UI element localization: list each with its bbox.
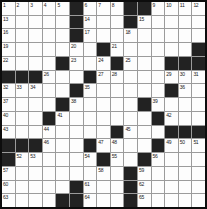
cell-r5c4[interactable]: [43, 57, 56, 70]
cell-r14c6-block: [70, 181, 83, 194]
cell-r8c8[interactable]: [97, 98, 110, 111]
cell-r12c6[interactable]: [70, 153, 83, 166]
clue-number: 49: [166, 139, 171, 145]
cell-r3c4[interactable]: [43, 29, 56, 42]
cell-r13c2[interactable]: [16, 167, 29, 180]
cell-r5c1[interactable]: 22: [2, 57, 15, 70]
cell-r11c14[interactable]: 50: [179, 139, 192, 152]
clue-number: 25: [125, 57, 130, 63]
cell-r12c14[interactable]: [179, 153, 192, 166]
cell-r15c14[interactable]: [179, 194, 192, 207]
clue-number: 34: [30, 84, 35, 90]
cell-r12c11-block: [138, 153, 151, 166]
clue-number: 6: [85, 2, 87, 8]
cell-r5c11[interactable]: [138, 57, 151, 70]
cell-r13c4[interactable]: [43, 167, 56, 180]
cell-r3c6-block: [70, 29, 83, 42]
clue-number: 4: [44, 2, 46, 8]
cell-r5c10[interactable]: 25: [124, 57, 137, 70]
cell-r1c4[interactable]: 4: [43, 2, 56, 15]
cell-r8c7[interactable]: [84, 98, 97, 111]
cell-r1c14[interactable]: 11: [179, 2, 192, 15]
clue-number: 12: [193, 2, 198, 8]
cell-r14c9[interactable]: [111, 181, 124, 194]
cell-r2c12[interactable]: [152, 16, 165, 29]
clue-number: 43: [3, 126, 8, 132]
clue-number: 9: [153, 2, 155, 8]
cell-r11c3-block: [29, 139, 42, 152]
cell-r8c9[interactable]: [111, 98, 124, 111]
cell-r2c6-block: [70, 16, 83, 29]
clue-number: 10: [166, 2, 171, 8]
clue-number: 35: [85, 84, 90, 90]
cell-r15c8[interactable]: [97, 194, 110, 207]
cell-r7c10[interactable]: [124, 84, 137, 97]
cell-r9c12-block: [152, 112, 165, 125]
cell-r7c15[interactable]: [192, 84, 205, 97]
cell-r7c8[interactable]: [97, 84, 110, 97]
cell-r15c11[interactable]: 65: [138, 194, 151, 207]
cell-r6c4[interactable]: 26: [43, 71, 56, 84]
cell-r11c9[interactable]: 48: [111, 139, 124, 152]
cell-r10c9-block: [111, 126, 124, 139]
clue-number: 38: [71, 98, 76, 104]
cell-r13c3[interactable]: [29, 167, 42, 180]
cell-r2c15[interactable]: [192, 16, 205, 29]
cell-r10c6[interactable]: [70, 126, 83, 139]
clue-number: 54: [85, 153, 90, 159]
cell-r9c1[interactable]: 40: [2, 112, 15, 125]
clue-number: 21: [112, 43, 117, 49]
cell-r9c5[interactable]: 41: [56, 112, 69, 125]
clue-number: 31: [193, 71, 198, 77]
cell-r2c14[interactable]: [179, 16, 192, 29]
clue-number: 45: [125, 126, 130, 132]
cell-r2c11[interactable]: 15: [138, 16, 151, 29]
cell-r10c8[interactable]: [97, 126, 110, 139]
cell-r1c1[interactable]: 1: [2, 2, 15, 15]
cell-r12c15[interactable]: [192, 153, 205, 166]
cell-r1c10-block: [124, 2, 137, 15]
cell-r10c11[interactable]: [138, 126, 151, 139]
clue-number: 58: [98, 167, 103, 173]
cell-r9c15[interactable]: [192, 112, 205, 125]
clue-number: 65: [139, 194, 144, 200]
clue-number: 59: [139, 167, 144, 173]
cell-r10c13-block: [165, 126, 178, 139]
cell-r11c8[interactable]: 47: [97, 139, 110, 152]
cell-r8c4[interactable]: [43, 98, 56, 111]
cell-r9c4-block: [43, 112, 56, 125]
clue-number: 30: [180, 71, 185, 77]
cell-r8c2[interactable]: [16, 98, 29, 111]
cell-r1c15[interactable]: 12: [192, 2, 205, 15]
cell-r1c3[interactable]: 3: [29, 2, 42, 15]
cell-r13c15[interactable]: [192, 167, 205, 180]
cell-r5c2[interactable]: [16, 57, 29, 70]
clue-number: 60: [3, 181, 8, 187]
cell-r3c7[interactable]: 17: [84, 29, 97, 42]
cell-r1c6-block: [70, 2, 83, 15]
cell-r8c15[interactable]: [192, 98, 205, 111]
cell-r14c2[interactable]: [16, 181, 29, 194]
cell-r14c15[interactable]: [192, 181, 205, 194]
cell-r14c7[interactable]: 61: [84, 181, 97, 194]
clue-number: 1: [3, 2, 5, 8]
clue-number: 37: [3, 98, 8, 104]
cell-r11c5[interactable]: [56, 139, 69, 152]
cell-r9c13[interactable]: 42: [165, 112, 178, 125]
cell-r11c7-block: [84, 139, 97, 152]
clue-number: 61: [85, 181, 90, 187]
cell-r13c8[interactable]: 58: [97, 167, 110, 180]
cell-r10c1[interactable]: 43: [2, 126, 15, 139]
cell-r10c2[interactable]: [16, 126, 29, 139]
clue-number: 46: [44, 139, 49, 145]
clue-number: 28: [112, 71, 117, 77]
cell-r5c15-block: [192, 57, 205, 70]
cell-r3c12[interactable]: [152, 29, 165, 42]
cell-r1c8[interactable]: 7: [97, 2, 110, 15]
clue-number: 39: [153, 98, 158, 104]
cell-r2c10-block: [124, 16, 137, 29]
cell-r1c5[interactable]: 5: [56, 2, 69, 15]
clue-number: 47: [98, 139, 103, 145]
cell-r4c8-block: [97, 43, 110, 56]
cell-r12c3[interactable]: 53: [29, 153, 42, 166]
cell-r7c6-block: [70, 84, 83, 97]
cell-r2c1[interactable]: 13: [2, 16, 15, 29]
cell-r14c3[interactable]: [29, 181, 42, 194]
clue-number: 52: [17, 153, 22, 159]
cell-r4c1[interactable]: 19: [2, 43, 15, 56]
cell-r3c3[interactable]: [29, 29, 42, 42]
cell-r2c8[interactable]: [97, 16, 110, 29]
cell-r9c3[interactable]: [29, 112, 42, 125]
cell-r7c4[interactable]: [43, 84, 56, 97]
cell-r5c9-block: [111, 57, 124, 70]
cell-r15c5-block: [56, 194, 69, 207]
cell-r13c6[interactable]: [70, 167, 83, 180]
clue-number: 22: [3, 57, 8, 63]
cell-r4c7[interactable]: [84, 43, 97, 56]
cell-r13c5[interactable]: [56, 167, 69, 180]
cell-r9c2[interactable]: [16, 112, 29, 125]
cell-r3c10[interactable]: 18: [124, 29, 137, 42]
clue-number: 5: [57, 2, 59, 8]
clue-number: 15: [139, 16, 144, 22]
cell-r8c11-block: [138, 98, 151, 111]
clue-number: 50: [180, 139, 185, 145]
cell-r1c11-block: [138, 2, 151, 15]
cell-r10c7[interactable]: [84, 126, 97, 139]
cell-r15c3[interactable]: [29, 194, 42, 207]
cell-r1c9[interactable]: 8: [111, 2, 124, 15]
cell-r12c12[interactable]: 56: [152, 153, 165, 166]
cell-r2c4[interactable]: [43, 16, 56, 29]
clue-number: 29: [166, 71, 171, 77]
cell-r13c11[interactable]: 59: [138, 167, 151, 180]
cell-r12c8-block: [97, 153, 110, 166]
cell-r5c5-block: [56, 57, 69, 70]
cell-r15c1[interactable]: 63: [2, 194, 15, 207]
clue-number: 17: [85, 29, 90, 35]
cell-r10c5[interactable]: [56, 126, 69, 139]
cell-r5c8[interactable]: 24: [97, 57, 110, 70]
clue-number: 13: [3, 16, 8, 22]
cell-r6c15[interactable]: 31: [192, 71, 205, 84]
clue-number: 51: [193, 139, 198, 145]
clue-number: 8: [112, 2, 114, 8]
clue-number: 41: [57, 112, 62, 118]
clue-number: 57: [3, 167, 8, 173]
clue-number: 33: [17, 84, 22, 90]
clue-number: 40: [3, 112, 8, 118]
cell-r2c13[interactable]: [165, 16, 178, 29]
cell-r2c5[interactable]: [56, 16, 69, 29]
cell-r4c14[interactable]: [179, 43, 192, 56]
clue-number: 20: [71, 43, 76, 49]
cell-r6c1-block: [2, 71, 15, 84]
cell-r1c2[interactable]: 2: [16, 2, 29, 15]
cell-r6c14[interactable]: 30: [179, 71, 192, 84]
cell-r3c2[interactable]: [16, 29, 29, 42]
cell-r4c15-block: [192, 43, 205, 56]
cell-r14c10-block: [124, 181, 137, 194]
cell-r2c2[interactable]: [16, 16, 29, 29]
cell-r12c4[interactable]: [43, 153, 56, 166]
cell-r13c14[interactable]: [179, 167, 192, 180]
clue-number: 62: [139, 181, 144, 187]
clue-number: 44: [44, 126, 49, 132]
clue-number: 7: [98, 2, 100, 8]
cell-r4c9[interactable]: 21: [111, 43, 124, 56]
cell-r5c13-block: [165, 57, 178, 70]
cell-r7c9[interactable]: [111, 84, 124, 97]
cell-r14c13[interactable]: [165, 181, 178, 194]
clue-number: 24: [98, 57, 103, 63]
cell-r2c3[interactable]: [29, 16, 42, 29]
cell-r8c3[interactable]: [29, 98, 42, 111]
clue-number: 55: [112, 153, 117, 159]
clue-number: 27: [98, 71, 103, 77]
cell-r6c12[interactable]: [152, 71, 165, 84]
cell-r15c13[interactable]: [165, 194, 178, 207]
cell-r14c4[interactable]: [43, 181, 56, 194]
cell-r14c8[interactable]: [97, 181, 110, 194]
cell-r1c13[interactable]: 10: [165, 2, 178, 15]
cell-r10c14-block: [179, 126, 192, 139]
cell-r14c12[interactable]: [152, 181, 165, 194]
cell-r11c12-block: [152, 139, 165, 152]
clue-number: 2: [17, 2, 19, 8]
cell-r4c3[interactable]: [29, 43, 42, 56]
clue-number: 42: [166, 112, 171, 118]
cell-r10c10[interactable]: 45: [124, 126, 137, 139]
cell-r13c1[interactable]: 57: [2, 167, 15, 180]
cell-r13c9[interactable]: [111, 167, 124, 180]
cell-r15c7[interactable]: 64: [84, 194, 97, 207]
clue-number: 3: [30, 2, 32, 8]
cell-r10c4[interactable]: 44: [43, 126, 56, 139]
cell-r14c11[interactable]: 62: [138, 181, 151, 194]
cell-r11c4[interactable]: 46: [43, 139, 56, 152]
cell-r15c6-block: [70, 194, 83, 207]
cell-r6c5[interactable]: [56, 71, 69, 84]
cell-r11c11[interactable]: [138, 139, 151, 152]
cell-r8c10[interactable]: [124, 98, 137, 111]
cell-r5c3[interactable]: [29, 57, 42, 70]
cell-r7c13-block: [165, 84, 178, 97]
clue-number: 19: [3, 43, 8, 49]
cell-r6c7-block: [84, 71, 97, 84]
clue-number: 56: [153, 153, 158, 159]
cell-r4c13[interactable]: [165, 43, 178, 56]
cell-r6c9[interactable]: 28: [111, 71, 124, 84]
cell-r12c1-block: [2, 153, 15, 166]
cell-r1c12[interactable]: 9: [152, 2, 165, 15]
cell-r7c2[interactable]: 33: [16, 84, 29, 97]
clue-number: 16: [3, 29, 8, 35]
cell-r12c2[interactable]: 52: [16, 153, 29, 166]
clue-number: 48: [112, 139, 117, 145]
cell-r6c11[interactable]: [138, 71, 151, 84]
cell-r3c5[interactable]: [56, 29, 69, 42]
cell-r6c13[interactable]: 29: [165, 71, 178, 84]
clue-number: 14: [85, 16, 90, 22]
cell-r3c13[interactable]: [165, 29, 178, 42]
cell-r13c12[interactable]: [152, 167, 165, 180]
cell-r14c1[interactable]: 60: [2, 181, 15, 194]
cell-r3c9[interactable]: [111, 29, 124, 42]
cell-r4c5[interactable]: [56, 43, 69, 56]
cell-r4c11[interactable]: [138, 43, 151, 56]
cell-r12c13[interactable]: [165, 153, 178, 166]
cell-r10c12[interactable]: [152, 126, 165, 139]
cell-r3c1[interactable]: 16: [2, 29, 15, 42]
cell-r6c10[interactable]: [124, 71, 137, 84]
clue-number: 64: [85, 194, 90, 200]
cell-r4c6[interactable]: 20: [70, 43, 83, 56]
cell-r5c14-block: [179, 57, 192, 70]
cell-r7c3[interactable]: 34: [29, 84, 42, 97]
cell-r15c15[interactable]: [192, 194, 205, 207]
cell-r9c14[interactable]: [179, 112, 192, 125]
cell-r13c10-block: [124, 167, 137, 180]
cell-r3c15[interactable]: [192, 29, 205, 42]
cell-r5c12[interactable]: [152, 57, 165, 70]
cell-r12c10[interactable]: [124, 153, 137, 166]
clue-number: 36: [180, 84, 185, 90]
cell-r8c1[interactable]: 37: [2, 98, 15, 111]
cell-r11c10[interactable]: [124, 139, 137, 152]
cell-r8c13[interactable]: [165, 98, 178, 111]
cell-r6c6[interactable]: [70, 71, 83, 84]
cell-r7c1[interactable]: 32: [2, 84, 15, 97]
cell-r8c12[interactable]: 39: [152, 98, 165, 111]
cell-r15c10-block: [124, 194, 137, 207]
cell-r12c7[interactable]: 54: [84, 153, 97, 166]
cell-r11c13[interactable]: 49: [165, 139, 178, 152]
cell-r4c4[interactable]: [43, 43, 56, 56]
cell-r9c9[interactable]: [111, 112, 124, 125]
cell-r8c14[interactable]: [179, 98, 192, 111]
cell-r9c8[interactable]: [97, 112, 110, 125]
cell-r13c13[interactable]: [165, 167, 178, 180]
clue-number: 53: [30, 153, 35, 159]
cell-r8c5-block: [56, 98, 69, 111]
cell-r10c15-block: [192, 126, 205, 139]
cell-r7c11[interactable]: [138, 84, 151, 97]
cell-r15c12[interactable]: [152, 194, 165, 207]
clue-number: 18: [125, 29, 130, 35]
clue-number: 23: [71, 57, 76, 63]
cell-r4c2[interactable]: [16, 43, 29, 56]
cell-r2c7[interactable]: 14: [84, 16, 97, 29]
cell-r9c6[interactable]: [70, 112, 83, 125]
cell-r9c10[interactable]: [124, 112, 137, 125]
cell-r15c4[interactable]: [43, 194, 56, 207]
cell-r11c15[interactable]: 51: [192, 139, 205, 152]
cell-r11c6[interactable]: [70, 139, 83, 152]
cell-r15c2[interactable]: [16, 194, 29, 207]
cell-r14c5[interactable]: [56, 181, 69, 194]
cell-r6c8[interactable]: 27: [97, 71, 110, 84]
cell-r7c5[interactable]: [56, 84, 69, 97]
cell-r5c6[interactable]: 23: [70, 57, 83, 70]
clue-number: 32: [3, 84, 8, 90]
crossword-board: 1234567891011121314151617181920212223242…: [0, 0, 207, 209]
cell-r3c8[interactable]: [97, 29, 110, 42]
cell-r14c14[interactable]: [179, 181, 192, 194]
cell-r13c7[interactable]: [84, 167, 97, 180]
cell-r5c7[interactable]: [84, 57, 97, 70]
cell-r6c3-block: [29, 71, 42, 84]
cell-r3c11[interactable]: [138, 29, 151, 42]
cell-r9c7[interactable]: [84, 112, 97, 125]
cell-r1c7[interactable]: 6: [84, 2, 97, 15]
cell-r4c10[interactable]: [124, 43, 137, 56]
clue-number: 11: [180, 2, 185, 8]
cell-r9c11[interactable]: [138, 112, 151, 125]
cell-r8c6[interactable]: 38: [70, 98, 83, 111]
cell-r12c5[interactable]: [56, 153, 69, 166]
cell-r7c12[interactable]: [152, 84, 165, 97]
cell-r3c14[interactable]: [179, 29, 192, 42]
cell-r7c14[interactable]: 36: [179, 84, 192, 97]
cell-r2c9[interactable]: [111, 16, 124, 29]
cell-r15c9[interactable]: [111, 194, 124, 207]
cell-r11c2-block: [16, 139, 29, 152]
cell-r11c1-block: [2, 139, 15, 152]
cell-r6c2-block: [16, 71, 29, 84]
clue-number: 26: [44, 71, 49, 77]
cell-r7c7[interactable]: 35: [84, 84, 97, 97]
clue-number: 63: [3, 194, 8, 200]
cell-r4c12[interactable]: [152, 43, 165, 56]
cell-r12c9[interactable]: 55: [111, 153, 124, 166]
cell-r10c3[interactable]: [29, 126, 42, 139]
